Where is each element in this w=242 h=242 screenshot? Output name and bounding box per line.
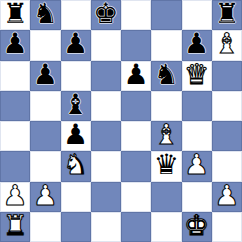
black-rook[interactable]: ♜ — [214, 0, 239, 29]
black-pawn[interactable]: ♟ — [3, 30, 28, 59]
square-h4[interactable] — [212, 121, 242, 151]
square-f7[interactable] — [151, 30, 181, 60]
square-b5[interactable] — [30, 91, 60, 121]
white-pawn[interactable]: ♟ — [214, 182, 239, 211]
black-pawn[interactable]: ♟ — [33, 61, 58, 90]
black-rook[interactable]: ♜ — [3, 0, 28, 29]
square-b2[interactable]: ♟ — [30, 182, 60, 212]
square-a1[interactable]: ♜ — [0, 212, 30, 242]
white-bishop[interactable]: ♝ — [214, 30, 239, 59]
black-knight[interactable]: ♞ — [154, 61, 179, 90]
square-h7[interactable]: ♝ — [212, 30, 242, 60]
square-b7[interactable] — [30, 30, 60, 60]
square-b1[interactable] — [30, 212, 60, 242]
square-b8[interactable]: ♞ — [30, 0, 60, 30]
square-f2[interactable] — [151, 182, 181, 212]
square-e6[interactable]: ♟ — [121, 61, 151, 91]
square-c5[interactable]: ♝ — [61, 91, 91, 121]
square-h8[interactable]: ♜ — [212, 0, 242, 30]
square-c6[interactable] — [61, 61, 91, 91]
square-a8[interactable]: ♜ — [0, 0, 30, 30]
square-f3[interactable]: ♛ — [151, 151, 181, 181]
square-f5[interactable] — [151, 91, 181, 121]
white-pawn[interactable]: ♟ — [3, 182, 28, 211]
square-c7[interactable]: ♟ — [61, 30, 91, 60]
square-d3[interactable] — [91, 151, 121, 181]
black-bishop[interactable]: ♝ — [63, 91, 88, 120]
square-d8[interactable]: ♚ — [91, 0, 121, 30]
square-e8[interactable] — [121, 0, 151, 30]
square-c8[interactable] — [61, 0, 91, 30]
square-d5[interactable] — [91, 91, 121, 121]
square-h3[interactable] — [212, 151, 242, 181]
white-rook[interactable]: ♜ — [3, 212, 28, 241]
square-b6[interactable]: ♟ — [30, 61, 60, 91]
square-d7[interactable] — [91, 30, 121, 60]
square-a5[interactable] — [0, 91, 30, 121]
square-g3[interactable]: ♟ — [182, 151, 212, 181]
square-g8[interactable] — [182, 0, 212, 30]
square-h6[interactable] — [212, 61, 242, 91]
square-a4[interactable] — [0, 121, 30, 151]
square-c1[interactable] — [61, 212, 91, 242]
square-g2[interactable] — [182, 182, 212, 212]
black-pawn[interactable]: ♟ — [184, 30, 209, 59]
square-f1[interactable] — [151, 212, 181, 242]
square-e4[interactable] — [121, 121, 151, 151]
square-f6[interactable]: ♞ — [151, 61, 181, 91]
white-pawn[interactable]: ♟ — [33, 182, 58, 211]
black-king[interactable]: ♚ — [93, 0, 118, 29]
white-bishop[interactable]: ♝ — [154, 121, 179, 150]
square-e1[interactable] — [121, 212, 151, 242]
square-e2[interactable] — [121, 182, 151, 212]
square-f4[interactable]: ♝ — [151, 121, 181, 151]
square-f8[interactable] — [151, 0, 181, 30]
square-a7[interactable]: ♟ — [0, 30, 30, 60]
square-c3[interactable]: ♞ — [61, 151, 91, 181]
square-g7[interactable]: ♟ — [182, 30, 212, 60]
black-pawn[interactable]: ♟ — [63, 121, 88, 150]
square-b4[interactable] — [30, 121, 60, 151]
square-d1[interactable] — [91, 212, 121, 242]
square-a6[interactable] — [0, 61, 30, 91]
square-g4[interactable] — [182, 121, 212, 151]
square-e7[interactable] — [121, 30, 151, 60]
black-knight[interactable]: ♞ — [33, 0, 58, 29]
square-e5[interactable] — [121, 91, 151, 121]
square-a3[interactable] — [0, 151, 30, 181]
square-c2[interactable] — [61, 182, 91, 212]
square-g6[interactable]: ♛ — [182, 61, 212, 91]
square-c4[interactable]: ♟ — [61, 121, 91, 151]
square-b3[interactable] — [30, 151, 60, 181]
black-pawn[interactable]: ♟ — [63, 30, 88, 59]
square-d6[interactable] — [91, 61, 121, 91]
square-h2[interactable]: ♟ — [212, 182, 242, 212]
square-d4[interactable] — [91, 121, 121, 151]
white-king[interactable]: ♚ — [184, 212, 209, 241]
white-pawn[interactable]: ♟ — [184, 151, 209, 180]
white-queen[interactable]: ♛ — [184, 61, 209, 90]
square-h5[interactable] — [212, 91, 242, 121]
square-e3[interactable] — [121, 151, 151, 181]
chess-board: ♜♞♚♜♟♟♟♝♟♟♞♛♝♟♝♞♛♟♟♟♟♜♚ — [0, 0, 242, 242]
white-knight[interactable]: ♞ — [63, 151, 88, 180]
square-g1[interactable]: ♚ — [182, 212, 212, 242]
square-g5[interactable] — [182, 91, 212, 121]
square-a2[interactable]: ♟ — [0, 182, 30, 212]
square-h1[interactable] — [212, 212, 242, 242]
black-queen[interactable]: ♛ — [154, 151, 179, 180]
black-pawn[interactable]: ♟ — [124, 61, 149, 90]
square-d2[interactable] — [91, 182, 121, 212]
